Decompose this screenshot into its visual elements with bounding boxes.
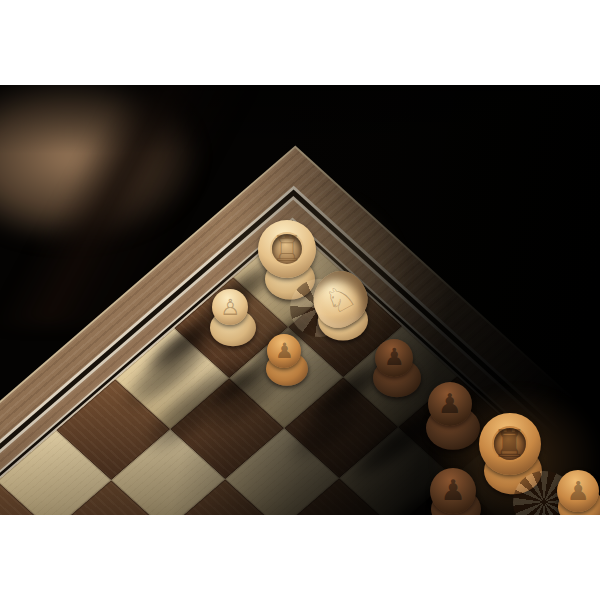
letterbox-top [0,0,600,85]
chess-pieces: ♖♘♙♟♟♟♜♟♟ [0,85,600,515]
letterbox-bottom [0,515,600,600]
screenshot-root: { "game": "chess", "scene": { "descripti… [0,0,600,600]
chessboard-photo: ♖♘♙♟♟♟♜♟♟ [0,85,600,515]
